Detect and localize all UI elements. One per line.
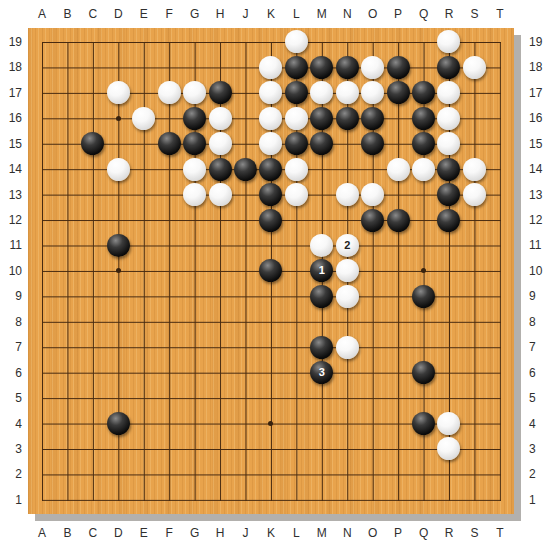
intersection-G17[interactable] xyxy=(182,80,207,105)
white-stone-H15[interactable] xyxy=(209,132,232,155)
white-stone-E16[interactable] xyxy=(132,107,155,130)
black-stone-M16[interactable] xyxy=(310,107,333,130)
col-label-Q: Q xyxy=(411,526,436,542)
intersection-L13[interactable] xyxy=(284,182,309,207)
intersection-K16[interactable] xyxy=(258,106,283,131)
col-label-P: P xyxy=(385,7,410,23)
black-stone-O12[interactable] xyxy=(361,209,384,232)
intersection-D11[interactable] xyxy=(106,233,131,258)
black-stone-D11[interactable] xyxy=(107,234,130,257)
white-stone-P14[interactable] xyxy=(387,158,410,181)
stone-layer: 213 xyxy=(29,29,512,512)
black-stone-R12[interactable] xyxy=(437,209,460,232)
white-stone-H16[interactable] xyxy=(209,107,232,130)
black-stone-O16[interactable] xyxy=(361,107,384,130)
col-label-J: J xyxy=(233,7,258,23)
intersection-L14[interactable] xyxy=(284,156,309,181)
col-label-H: H xyxy=(207,526,232,542)
row-label-14: 14 xyxy=(2,156,24,181)
intersection-P18[interactable] xyxy=(385,55,410,80)
col-label-N: N xyxy=(335,7,360,23)
col-label-B: B xyxy=(55,526,80,542)
black-stone-Q16[interactable] xyxy=(412,107,435,130)
col-label-A: A xyxy=(29,526,54,542)
white-stone-R15[interactable] xyxy=(437,132,460,155)
intersection-N17[interactable] xyxy=(335,80,360,105)
intersection-R4[interactable] xyxy=(436,411,461,436)
white-stone-R17[interactable] xyxy=(437,81,460,104)
intersection-P12[interactable] xyxy=(385,207,410,232)
white-stone-O18[interactable] xyxy=(361,56,384,79)
black-stone-P18[interactable] xyxy=(387,56,410,79)
black-stone-M10[interactable]: 1 xyxy=(310,259,333,282)
intersection-D17[interactable] xyxy=(106,80,131,105)
white-stone-G14[interactable] xyxy=(183,158,206,181)
intersection-Q6[interactable] xyxy=(411,360,436,385)
row-label-4: 4 xyxy=(527,411,549,436)
intersection-Q9[interactable] xyxy=(411,284,436,309)
intersection-L17[interactable] xyxy=(284,80,309,105)
white-stone-L14[interactable] xyxy=(285,158,308,181)
row-label-3: 3 xyxy=(527,436,549,461)
move-number-2: 2 xyxy=(344,240,350,251)
intersection-R18[interactable] xyxy=(436,55,461,80)
col-label-M: M xyxy=(309,526,334,542)
row-label-12: 12 xyxy=(2,207,24,232)
row-label-13: 13 xyxy=(527,182,549,207)
row-labels-left: 19181716151413121110987654321 xyxy=(2,29,24,512)
col-label-N: N xyxy=(335,526,360,542)
intersection-M7[interactable] xyxy=(309,335,334,360)
intersection-M11[interactable] xyxy=(309,233,334,258)
black-stone-P17[interactable] xyxy=(387,81,410,104)
intersection-F15[interactable] xyxy=(156,131,181,156)
intersection-D4[interactable] xyxy=(106,411,131,436)
row-label-16: 16 xyxy=(2,106,24,131)
black-stone-K13[interactable] xyxy=(259,183,282,206)
intersection-M9[interactable] xyxy=(309,284,334,309)
row-label-19: 19 xyxy=(527,29,549,54)
white-stone-L19[interactable] xyxy=(285,30,308,53)
move-number-1: 1 xyxy=(319,265,325,276)
white-stone-R4[interactable] xyxy=(437,412,460,435)
white-stone-Q14[interactable] xyxy=(412,158,435,181)
col-label-C: C xyxy=(80,7,105,23)
intersection-O16[interactable] xyxy=(360,106,385,131)
go-board: 213 xyxy=(28,28,514,514)
row-label-3: 3 xyxy=(2,436,24,461)
white-stone-S13[interactable] xyxy=(463,183,486,206)
intersection-H13[interactable] xyxy=(207,182,232,207)
intersection-R14[interactable] xyxy=(436,156,461,181)
intersection-K18[interactable] xyxy=(258,55,283,80)
black-stone-H17[interactable] xyxy=(209,81,232,104)
row-label-7: 7 xyxy=(527,335,549,360)
black-stone-M15[interactable] xyxy=(310,132,333,155)
intersection-M10[interactable]: 1 xyxy=(309,258,334,283)
intersection-G14[interactable] xyxy=(182,156,207,181)
intersection-S14[interactable] xyxy=(462,156,487,181)
row-label-8: 8 xyxy=(2,309,24,334)
row-label-4: 4 xyxy=(2,411,24,436)
col-label-E: E xyxy=(131,7,156,23)
white-stone-O13[interactable] xyxy=(361,183,384,206)
col-label-L: L xyxy=(284,7,309,23)
black-stone-L18[interactable] xyxy=(285,56,308,79)
intersection-K12[interactable] xyxy=(258,207,283,232)
intersection-M15[interactable] xyxy=(309,131,334,156)
black-stone-Q17[interactable] xyxy=(412,81,435,104)
col-label-S: S xyxy=(462,7,487,23)
white-stone-M17[interactable] xyxy=(310,81,333,104)
column-labels-bottom: ABCDEFGHJKLMNOPQRST xyxy=(29,526,512,542)
intersection-Q17[interactable] xyxy=(411,80,436,105)
intersection-R16[interactable] xyxy=(436,106,461,131)
intersection-R15[interactable] xyxy=(436,131,461,156)
black-stone-R14[interactable] xyxy=(437,158,460,181)
row-labels-right: 19181716151413121110987654321 xyxy=(527,29,549,512)
intersection-O17[interactable] xyxy=(360,80,385,105)
row-label-17: 17 xyxy=(527,80,549,105)
row-label-5: 5 xyxy=(2,385,24,410)
white-stone-S14[interactable] xyxy=(463,158,486,181)
col-label-G: G xyxy=(182,526,207,542)
intersection-D14[interactable] xyxy=(106,156,131,181)
black-stone-Q15[interactable] xyxy=(412,132,435,155)
intersection-S13[interactable] xyxy=(462,182,487,207)
intersection-G16[interactable] xyxy=(182,106,207,131)
intersection-K14[interactable] xyxy=(258,156,283,181)
black-stone-Q6[interactable] xyxy=(412,361,435,384)
col-label-M: M xyxy=(309,7,334,23)
intersection-C15[interactable] xyxy=(80,131,105,156)
black-stone-M7[interactable] xyxy=(310,336,333,359)
white-stone-S18[interactable] xyxy=(463,56,486,79)
intersection-R3[interactable] xyxy=(436,436,461,461)
row-label-15: 15 xyxy=(527,131,549,156)
intersection-O15[interactable] xyxy=(360,131,385,156)
intersection-N9[interactable] xyxy=(335,284,360,309)
intersection-L19[interactable] xyxy=(284,29,309,54)
col-label-L: L xyxy=(284,526,309,542)
intersection-O18[interactable] xyxy=(360,55,385,80)
row-label-12: 12 xyxy=(527,207,549,232)
intersection-S18[interactable] xyxy=(462,55,487,80)
black-stone-C15[interactable] xyxy=(81,132,104,155)
intersection-H16[interactable] xyxy=(207,106,232,131)
col-label-K: K xyxy=(258,7,283,23)
intersection-M6[interactable]: 3 xyxy=(309,360,334,385)
row-label-9: 9 xyxy=(527,284,549,309)
col-label-Q: Q xyxy=(411,7,436,23)
white-stone-R19[interactable] xyxy=(437,30,460,53)
row-label-8: 8 xyxy=(527,309,549,334)
white-stone-N7[interactable] xyxy=(336,336,359,359)
white-stone-N10[interactable] xyxy=(336,259,359,282)
row-label-10: 10 xyxy=(527,258,549,283)
col-label-J: J xyxy=(233,526,258,542)
white-stone-M11[interactable] xyxy=(310,234,333,257)
intersection-N16[interactable] xyxy=(335,106,360,131)
intersection-P14[interactable] xyxy=(385,156,410,181)
col-label-T: T xyxy=(487,7,512,23)
intersection-G15[interactable] xyxy=(182,131,207,156)
intersection-O13[interactable] xyxy=(360,182,385,207)
intersection-R17[interactable] xyxy=(436,80,461,105)
intersection-J14[interactable] xyxy=(233,156,258,181)
intersection-Q4[interactable] xyxy=(411,411,436,436)
row-label-2: 2 xyxy=(527,462,549,487)
move-number-3: 3 xyxy=(319,367,325,378)
intersection-N7[interactable] xyxy=(335,335,360,360)
row-label-11: 11 xyxy=(527,233,549,258)
black-stone-L17[interactable] xyxy=(285,81,308,104)
intersection-O12[interactable] xyxy=(360,207,385,232)
intersection-R12[interactable] xyxy=(436,207,461,232)
white-stone-N13[interactable] xyxy=(336,183,359,206)
intersection-M17[interactable] xyxy=(309,80,334,105)
row-label-13: 13 xyxy=(2,182,24,207)
intersection-P17[interactable] xyxy=(385,80,410,105)
black-stone-N18[interactable] xyxy=(336,56,359,79)
white-stone-N17[interactable] xyxy=(336,81,359,104)
col-label-R: R xyxy=(436,526,461,542)
intersection-H14[interactable] xyxy=(207,156,232,181)
black-stone-G16[interactable] xyxy=(183,107,206,130)
white-stone-L16[interactable] xyxy=(285,107,308,130)
row-label-5: 5 xyxy=(527,385,549,410)
col-label-D: D xyxy=(106,7,131,23)
col-label-R: R xyxy=(436,7,461,23)
row-label-18: 18 xyxy=(2,55,24,80)
black-stone-P12[interactable] xyxy=(387,209,410,232)
black-stone-F15[interactable] xyxy=(158,132,181,155)
row-label-16: 16 xyxy=(527,106,549,131)
black-stone-O15[interactable] xyxy=(361,132,384,155)
white-stone-N9[interactable] xyxy=(336,285,359,308)
black-stone-R18[interactable] xyxy=(437,56,460,79)
row-label-14: 14 xyxy=(527,156,549,181)
white-stone-R3[interactable] xyxy=(437,437,460,460)
col-label-F: F xyxy=(156,526,181,542)
intersection-L16[interactable] xyxy=(284,106,309,131)
row-label-17: 17 xyxy=(2,80,24,105)
row-label-11: 11 xyxy=(2,233,24,258)
black-stone-J14[interactable] xyxy=(234,158,257,181)
go-diagram: ABCDEFGHJKLMNOPQRST 19181716151413121110… xyxy=(0,0,550,550)
black-stone-Q4[interactable] xyxy=(412,412,435,435)
col-label-S: S xyxy=(462,526,487,542)
white-stone-H13[interactable] xyxy=(209,183,232,206)
white-stone-D17[interactable] xyxy=(107,81,130,104)
white-stone-G17[interactable] xyxy=(183,81,206,104)
row-label-7: 7 xyxy=(2,335,24,360)
intersection-K13[interactable] xyxy=(258,182,283,207)
black-stone-K14[interactable] xyxy=(259,158,282,181)
row-label-9: 9 xyxy=(2,284,24,309)
col-label-T: T xyxy=(487,526,512,542)
intersection-Q16[interactable] xyxy=(411,106,436,131)
intersection-L18[interactable] xyxy=(284,55,309,80)
row-label-10: 10 xyxy=(2,258,24,283)
black-stone-M6[interactable]: 3 xyxy=(310,361,333,384)
black-stone-G15[interactable] xyxy=(183,132,206,155)
intersection-N13[interactable] xyxy=(335,182,360,207)
intersection-G13[interactable] xyxy=(182,182,207,207)
intersection-N10[interactable] xyxy=(335,258,360,283)
black-stone-K12[interactable] xyxy=(259,209,282,232)
col-label-F: F xyxy=(156,7,181,23)
row-label-1: 1 xyxy=(2,487,24,512)
white-stone-K16[interactable] xyxy=(259,107,282,130)
col-label-O: O xyxy=(360,526,385,542)
col-label-G: G xyxy=(182,7,207,23)
col-label-C: C xyxy=(80,526,105,542)
intersection-H17[interactable] xyxy=(207,80,232,105)
intersection-Q15[interactable] xyxy=(411,131,436,156)
black-stone-K10[interactable] xyxy=(259,259,282,282)
black-stone-M9[interactable] xyxy=(310,285,333,308)
col-label-K: K xyxy=(258,526,283,542)
white-stone-L13[interactable] xyxy=(285,183,308,206)
intersection-N18[interactable] xyxy=(335,55,360,80)
intersection-H15[interactable] xyxy=(207,131,232,156)
intersection-M16[interactable] xyxy=(309,106,334,131)
col-label-H: H xyxy=(207,7,232,23)
white-stone-K15[interactable] xyxy=(259,132,282,155)
col-label-D: D xyxy=(106,526,131,542)
black-stone-H14[interactable] xyxy=(209,158,232,181)
intersection-E16[interactable] xyxy=(131,106,156,131)
col-label-O: O xyxy=(360,7,385,23)
white-stone-K17[interactable] xyxy=(259,81,282,104)
white-stone-D14[interactable] xyxy=(107,158,130,181)
black-stone-R13[interactable] xyxy=(437,183,460,206)
intersection-K17[interactable] xyxy=(258,80,283,105)
black-stone-M18[interactable] xyxy=(310,56,333,79)
intersection-N11[interactable]: 2 xyxy=(335,233,360,258)
white-stone-O17[interactable] xyxy=(361,81,384,104)
black-stone-N16[interactable] xyxy=(336,107,359,130)
row-label-6: 6 xyxy=(527,360,549,385)
col-label-P: P xyxy=(385,526,410,542)
intersection-M18[interactable] xyxy=(309,55,334,80)
intersection-R13[interactable] xyxy=(436,182,461,207)
col-label-A: A xyxy=(29,7,54,23)
white-stone-G13[interactable] xyxy=(183,183,206,206)
white-stone-R16[interactable] xyxy=(437,107,460,130)
col-label-E: E xyxy=(131,526,156,542)
row-label-19: 19 xyxy=(2,29,24,54)
col-label-B: B xyxy=(55,7,80,23)
black-stone-D4[interactable] xyxy=(107,412,130,435)
row-label-2: 2 xyxy=(2,462,24,487)
row-label-15: 15 xyxy=(2,131,24,156)
intersection-F17[interactable] xyxy=(156,80,181,105)
intersection-R19[interactable] xyxy=(436,29,461,54)
intersection-K15[interactable] xyxy=(258,131,283,156)
row-label-18: 18 xyxy=(527,55,549,80)
row-label-6: 6 xyxy=(2,360,24,385)
column-labels-top: ABCDEFGHJKLMNOPQRST xyxy=(29,7,512,23)
row-label-1: 1 xyxy=(527,487,549,512)
white-stone-F17[interactable] xyxy=(158,81,181,104)
white-stone-N11[interactable]: 2 xyxy=(336,234,359,257)
black-stone-L15[interactable] xyxy=(285,132,308,155)
white-stone-K18[interactable] xyxy=(259,56,282,79)
intersection-Q14[interactable] xyxy=(411,156,436,181)
intersection-L15[interactable] xyxy=(284,131,309,156)
intersection-K10[interactable] xyxy=(258,258,283,283)
black-stone-Q9[interactable] xyxy=(412,285,435,308)
